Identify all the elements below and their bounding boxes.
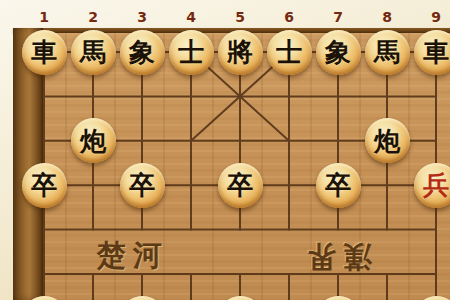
piece-black-horse-c2r1[interactable]: 馬 <box>71 30 116 75</box>
piece-black-elephant-c7r1[interactable]: 象 <box>316 30 361 75</box>
piece-black-soldier-c5r4[interactable]: 卒 <box>218 163 263 208</box>
column-label-2: 2 <box>83 9 103 25</box>
piece-black-soldier-c7r4[interactable]: 卒 <box>316 163 361 208</box>
river-label-han: 漢界 <box>300 236 372 276</box>
column-label-1: 1 <box>34 9 54 25</box>
column-label-5: 5 <box>230 9 250 25</box>
column-label-4: 4 <box>181 9 201 25</box>
piece-black-cannon-c8r3[interactable]: 炮 <box>365 118 410 163</box>
piece-black-cannon-c2r3[interactable]: 炮 <box>71 118 116 163</box>
column-label-9: 9 <box>426 9 446 25</box>
piece-black-soldier-c3r4[interactable]: 卒 <box>120 163 165 208</box>
xiangqi-board: 123456789 楚河 漢界 車馬象士將士象馬車炮炮卒卒卒卒兵兵兵兵兵兵 <box>0 0 450 300</box>
column-label-6: 6 <box>279 9 299 25</box>
piece-black-chariot-c9r1[interactable]: 車 <box>414 30 450 75</box>
piece-black-elephant-c3r1[interactable]: 象 <box>120 30 165 75</box>
column-label-8: 8 <box>377 9 397 25</box>
piece-black-advisor-c6r1[interactable]: 士 <box>267 30 312 75</box>
piece-black-advisor-c4r1[interactable]: 士 <box>169 30 214 75</box>
column-label-3: 3 <box>132 9 152 25</box>
piece-black-chariot-c1r1[interactable]: 車 <box>22 30 67 75</box>
column-label-7: 7 <box>328 9 348 25</box>
piece-black-soldier-c1r4[interactable]: 卒 <box>22 163 67 208</box>
river-label-chu: 楚河 <box>97 236 169 276</box>
piece-black-general-c5r1[interactable]: 將 <box>218 30 263 75</box>
piece-black-horse-c8r1[interactable]: 馬 <box>365 30 410 75</box>
